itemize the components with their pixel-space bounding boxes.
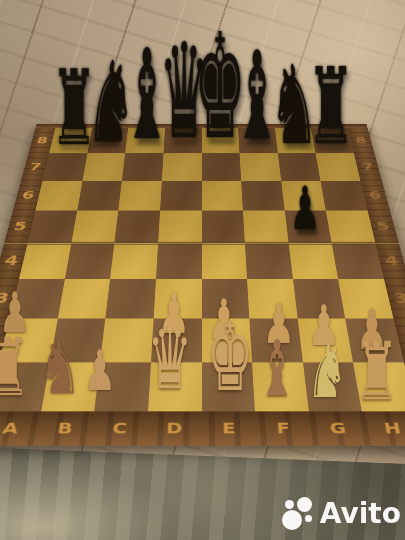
square-g3: [293, 279, 346, 319]
board-middle: 87654321 87654321: [0, 128, 405, 411]
square-c8: [125, 128, 165, 153]
square-d4: [156, 243, 202, 279]
square-b3: [58, 279, 111, 319]
square-f1: [252, 362, 308, 411]
square-c6: [118, 181, 161, 211]
square-d3: [154, 279, 202, 319]
square-e5: [202, 211, 245, 244]
board-squares: [0, 128, 405, 411]
square-b7: [82, 153, 125, 180]
file-label-G: G: [309, 411, 369, 446]
square-f4: [245, 243, 293, 279]
square-c5: [115, 211, 160, 244]
square-b5: [71, 211, 118, 244]
square-e3: [202, 279, 250, 319]
square-e7: [202, 153, 242, 180]
square-d8: [163, 128, 201, 153]
file-label-D: D: [146, 411, 202, 446]
square-f8: [238, 128, 278, 153]
square-g5: [285, 211, 332, 244]
file-label-F: F: [255, 411, 313, 446]
square-a6: [35, 181, 82, 211]
square-d1: [148, 362, 202, 411]
square-d5: [158, 211, 201, 244]
square-f3: [247, 279, 297, 319]
square-b8: [87, 128, 128, 153]
square-b2: [50, 319, 106, 363]
board-bottom-border: ABCDEFGH: [0, 411, 405, 446]
square-a2: [0, 319, 58, 363]
square-h1: [353, 362, 405, 411]
file-label-C: C: [90, 411, 148, 446]
square-c4: [110, 243, 158, 279]
square-g6: [281, 181, 326, 211]
square-f6: [241, 181, 284, 211]
file-label-H: H: [362, 411, 405, 446]
square-h7: [316, 153, 361, 180]
square-e4: [202, 243, 248, 279]
square-d7: [162, 153, 202, 180]
square-f2: [249, 319, 302, 363]
square-e6: [202, 181, 244, 211]
square-c7: [122, 153, 163, 180]
square-e1: [202, 362, 256, 411]
square-d6: [160, 181, 202, 211]
square-e2: [202, 319, 253, 363]
square-b4: [65, 243, 115, 279]
avito-watermark: Avito: [281, 493, 401, 533]
file-label-B: B: [35, 411, 95, 446]
square-g2: [297, 319, 353, 363]
board-fold-seam: [4, 242, 400, 245]
square-f5: [243, 211, 288, 244]
square-c2: [100, 319, 153, 363]
square-g8: [275, 128, 316, 153]
file-label-E: E: [202, 411, 258, 446]
square-b6: [77, 181, 122, 211]
square-d2: [151, 319, 202, 363]
square-g1: [303, 362, 362, 411]
photo-stage: 87654321 87654321 ABCDEFGH ♜♞♝♛♚♝♞♜♟♟♟♟♟…: [0, 0, 405, 540]
square-c1: [94, 362, 150, 411]
square-e8: [202, 128, 240, 153]
square-a5: [28, 211, 77, 244]
square-g7: [278, 153, 321, 180]
square-c3: [106, 279, 156, 319]
chess-board: 87654321 87654321 ABCDEFGH: [0, 124, 405, 446]
watermark-text: Avito: [320, 497, 401, 530]
square-a7: [43, 153, 88, 180]
square-f7: [240, 153, 281, 180]
square-a8: [49, 128, 92, 153]
avito-logo-icon: [281, 493, 317, 533]
square-a4: [19, 243, 71, 279]
square-b1: [41, 362, 100, 411]
square-a3: [10, 279, 65, 319]
square-h8: [311, 128, 354, 153]
square-g4: [288, 243, 338, 279]
